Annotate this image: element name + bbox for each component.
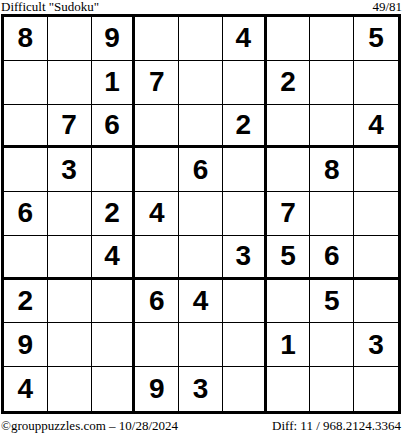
- sudoku-cell-r7c5[interactable]: 4: [179, 280, 223, 324]
- sudoku-cell-r5c1[interactable]: 6: [4, 192, 48, 236]
- sudoku-cell-r4c6[interactable]: [223, 148, 267, 192]
- sudoku-cell-r7c4[interactable]: 6: [135, 280, 179, 324]
- sudoku-cell-r6c5[interactable]: [179, 236, 223, 280]
- header: Difficult "Sudoku" 49/81: [0, 0, 403, 13]
- sudoku-cell-r3c8[interactable]: [310, 105, 354, 149]
- sudoku-cell-r9c1[interactable]: 4: [4, 367, 48, 411]
- sudoku-cell-r5c7[interactable]: 7: [267, 192, 311, 236]
- sudoku-cell-r5c9[interactable]: [354, 192, 398, 236]
- sudoku-cell-r2c1[interactable]: [4, 61, 48, 105]
- sudoku-cell-r8c7[interactable]: 1: [267, 323, 311, 367]
- sudoku-cell-r2c6[interactable]: [223, 61, 267, 105]
- sudoku-cell-r3c9[interactable]: 4: [354, 105, 398, 149]
- sudoku-cell-r5c8[interactable]: [310, 192, 354, 236]
- sudoku-cell-r2c8[interactable]: [310, 61, 354, 105]
- sudoku-cell-r9c4[interactable]: 9: [135, 367, 179, 411]
- sudoku-cell-r5c3[interactable]: 2: [92, 192, 136, 236]
- sudoku-cell-r9c6[interactable]: [223, 367, 267, 411]
- sudoku-cell-r8c3[interactable]: [92, 323, 136, 367]
- sudoku-cell-r4c9[interactable]: [354, 148, 398, 192]
- sudoku-cell-r2c4[interactable]: 7: [135, 61, 179, 105]
- sudoku-cell-r9c7[interactable]: [267, 367, 311, 411]
- sudoku-cell-r6c4[interactable]: [135, 236, 179, 280]
- sudoku-cell-r5c2[interactable]: [48, 192, 92, 236]
- sudoku-cell-r1c2[interactable]: [48, 17, 92, 61]
- sudoku-cell-r4c8[interactable]: 8: [310, 148, 354, 192]
- sudoku-cell-r1c1[interactable]: 8: [4, 17, 48, 61]
- sudoku-cell-r9c3[interactable]: [92, 367, 136, 411]
- sudoku-cell-r6c6[interactable]: 3: [223, 236, 267, 280]
- sudoku-cell-r9c2[interactable]: [48, 367, 92, 411]
- sudoku-cell-r3c5[interactable]: [179, 105, 223, 149]
- sudoku-cell-r2c3[interactable]: 1: [92, 61, 136, 105]
- cells-remaining-counter: 49/81: [372, 0, 402, 13]
- sudoku-cell-r2c2[interactable]: [48, 61, 92, 105]
- sudoku-cell-r7c3[interactable]: [92, 280, 136, 324]
- sudoku-cell-r7c9[interactable]: [354, 280, 398, 324]
- footer: ©grouppuzzles.com – 10/28/2024 Diff: 11 …: [0, 419, 403, 433]
- sudoku-cell-r7c6[interactable]: [223, 280, 267, 324]
- difficulty-text: Diff: 11 / 968.2124.3364: [272, 419, 401, 433]
- sudoku-cell-r3c7[interactable]: [267, 105, 311, 149]
- sudoku-cell-r2c9[interactable]: [354, 61, 398, 105]
- puzzle-title: Difficult "Sudoku": [1, 0, 99, 13]
- sudoku-cell-r3c3[interactable]: 6: [92, 105, 136, 149]
- sudoku-cell-r7c7[interactable]: [267, 280, 311, 324]
- sudoku-cell-r8c2[interactable]: [48, 323, 92, 367]
- sudoku-cell-r4c4[interactable]: [135, 148, 179, 192]
- sudoku-cell-r8c1[interactable]: 9: [4, 323, 48, 367]
- sudoku-cell-r8c4[interactable]: [135, 323, 179, 367]
- sudoku-cell-r6c8[interactable]: 6: [310, 236, 354, 280]
- sudoku-cell-r1c7[interactable]: [267, 17, 311, 61]
- sudoku-cell-r7c8[interactable]: 5: [310, 280, 354, 324]
- sudoku-cell-r3c2[interactable]: 7: [48, 105, 92, 149]
- sudoku-cell-r7c1[interactable]: 2: [4, 280, 48, 324]
- sudoku-cell-r3c6[interactable]: 2: [223, 105, 267, 149]
- sudoku-cell-r8c5[interactable]: [179, 323, 223, 367]
- sudoku-cell-r5c4[interactable]: 4: [135, 192, 179, 236]
- sudoku-cell-r8c8[interactable]: [310, 323, 354, 367]
- sudoku-cell-r4c7[interactable]: [267, 148, 311, 192]
- sudoku-cell-r4c1[interactable]: [4, 148, 48, 192]
- sudoku-cell-r6c2[interactable]: [48, 236, 92, 280]
- sudoku-cell-r2c5[interactable]: [179, 61, 223, 105]
- sudoku-cell-r7c2[interactable]: [48, 280, 92, 324]
- sudoku-cell-r8c9[interactable]: 3: [354, 323, 398, 367]
- sudoku-page: Difficult "Sudoku" 49/81 894517276243686…: [0, 0, 403, 437]
- sudoku-cell-r4c3[interactable]: [92, 148, 136, 192]
- sudoku-cell-r4c2[interactable]: 3: [48, 148, 92, 192]
- sudoku-cell-r9c9[interactable]: [354, 367, 398, 411]
- sudoku-cell-r6c3[interactable]: 4: [92, 236, 136, 280]
- sudoku-cell-r9c8[interactable]: [310, 367, 354, 411]
- sudoku-cell-r8c6[interactable]: [223, 323, 267, 367]
- sudoku-cell-r5c5[interactable]: [179, 192, 223, 236]
- sudoku-cell-r6c7[interactable]: 5: [267, 236, 311, 280]
- sudoku-cell-r6c9[interactable]: [354, 236, 398, 280]
- copyright-date-text: ©grouppuzzles.com – 10/28/2024: [1, 419, 178, 433]
- sudoku-cell-r3c4[interactable]: [135, 105, 179, 149]
- sudoku-cell-r6c1[interactable]: [4, 236, 48, 280]
- sudoku-cell-r1c9[interactable]: 5: [354, 17, 398, 61]
- sudoku-cell-r1c4[interactable]: [135, 17, 179, 61]
- sudoku-cell-r5c6[interactable]: [223, 192, 267, 236]
- sudoku-cell-r3c1[interactable]: [4, 105, 48, 149]
- sudoku-cell-r4c5[interactable]: 6: [179, 148, 223, 192]
- sudoku-board: 89451727624368624743562645913493: [1, 14, 401, 414]
- sudoku-cell-r1c5[interactable]: [179, 17, 223, 61]
- sudoku-cell-r9c5[interactable]: 3: [179, 367, 223, 411]
- sudoku-cell-r1c8[interactable]: [310, 17, 354, 61]
- sudoku-cell-r1c3[interactable]: 9: [92, 17, 136, 61]
- sudoku-cell-r2c7[interactable]: 2: [267, 61, 311, 105]
- sudoku-cell-r1c6[interactable]: 4: [223, 17, 267, 61]
